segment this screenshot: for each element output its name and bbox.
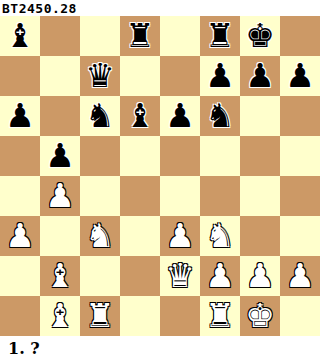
square-h3[interactable] bbox=[280, 216, 320, 256]
square-c3[interactable]: ♞ bbox=[80, 216, 120, 256]
square-b6[interactable] bbox=[40, 96, 80, 136]
square-e4[interactable] bbox=[160, 176, 200, 216]
square-a6[interactable]: ♟ bbox=[0, 96, 40, 136]
square-f6[interactable]: ♞ bbox=[200, 96, 240, 136]
square-c8[interactable] bbox=[80, 16, 120, 56]
square-g2[interactable]: ♟ bbox=[240, 256, 280, 296]
white-knight: ♞ bbox=[205, 216, 235, 256]
square-g1[interactable]: ♚ bbox=[240, 296, 280, 336]
square-a3[interactable]: ♟ bbox=[0, 216, 40, 256]
square-d7[interactable] bbox=[120, 56, 160, 96]
square-c2[interactable] bbox=[80, 256, 120, 296]
square-d3[interactable] bbox=[120, 216, 160, 256]
square-e5[interactable] bbox=[160, 136, 200, 176]
black-rook: ♜ bbox=[125, 16, 155, 56]
square-b1[interactable]: ♝ bbox=[40, 296, 80, 336]
square-h2[interactable]: ♟ bbox=[280, 256, 320, 296]
square-b7[interactable] bbox=[40, 56, 80, 96]
white-rook: ♜ bbox=[85, 296, 115, 336]
title-bar: BT2450.28 bbox=[0, 0, 320, 16]
square-f3[interactable]: ♞ bbox=[200, 216, 240, 256]
square-b2[interactable]: ♝ bbox=[40, 256, 80, 296]
square-c4[interactable] bbox=[80, 176, 120, 216]
square-b5[interactable]: ♟ bbox=[40, 136, 80, 176]
square-g5[interactable] bbox=[240, 136, 280, 176]
square-d1[interactable] bbox=[120, 296, 160, 336]
square-g7[interactable]: ♟ bbox=[240, 56, 280, 96]
square-a8[interactable]: ♝ bbox=[0, 16, 40, 56]
white-pawn: ♟ bbox=[5, 216, 35, 256]
square-a4[interactable] bbox=[0, 176, 40, 216]
black-pawn: ♟ bbox=[45, 136, 75, 176]
white-pawn: ♟ bbox=[245, 256, 275, 296]
square-e1[interactable] bbox=[160, 296, 200, 336]
square-c7[interactable]: ♛ bbox=[80, 56, 120, 96]
black-king: ♚ bbox=[245, 16, 275, 56]
square-a1[interactable] bbox=[0, 296, 40, 336]
square-f1[interactable]: ♜ bbox=[200, 296, 240, 336]
square-f4[interactable] bbox=[200, 176, 240, 216]
square-h5[interactable] bbox=[280, 136, 320, 176]
square-g6[interactable] bbox=[240, 96, 280, 136]
square-b3[interactable] bbox=[40, 216, 80, 256]
square-d8[interactable]: ♜ bbox=[120, 16, 160, 56]
square-g3[interactable] bbox=[240, 216, 280, 256]
square-d6[interactable]: ♝ bbox=[120, 96, 160, 136]
square-f7[interactable]: ♟ bbox=[200, 56, 240, 96]
white-king: ♚ bbox=[245, 296, 275, 336]
move-bar: 1. ? bbox=[0, 336, 320, 360]
move-prompt: 1. ? bbox=[0, 339, 40, 358]
black-pawn: ♟ bbox=[245, 56, 275, 96]
square-a7[interactable] bbox=[0, 56, 40, 96]
white-queen: ♛ bbox=[165, 256, 195, 296]
square-e7[interactable] bbox=[160, 56, 200, 96]
square-g4[interactable] bbox=[240, 176, 280, 216]
square-h6[interactable] bbox=[280, 96, 320, 136]
black-pawn: ♟ bbox=[205, 56, 235, 96]
square-g8[interactable]: ♚ bbox=[240, 16, 280, 56]
black-pawn: ♟ bbox=[165, 96, 195, 136]
black-knight: ♞ bbox=[85, 96, 115, 136]
square-h4[interactable] bbox=[280, 176, 320, 216]
square-c1[interactable]: ♜ bbox=[80, 296, 120, 336]
square-c5[interactable] bbox=[80, 136, 120, 176]
white-pawn: ♟ bbox=[205, 256, 235, 296]
square-d2[interactable] bbox=[120, 256, 160, 296]
white-pawn: ♟ bbox=[165, 216, 195, 256]
white-bishop: ♝ bbox=[45, 296, 75, 336]
square-h1[interactable] bbox=[280, 296, 320, 336]
square-f8[interactable]: ♜ bbox=[200, 16, 240, 56]
square-h7[interactable]: ♟ bbox=[280, 56, 320, 96]
square-h8[interactable] bbox=[280, 16, 320, 56]
square-e3[interactable]: ♟ bbox=[160, 216, 200, 256]
square-e8[interactable] bbox=[160, 16, 200, 56]
black-pawn: ♟ bbox=[285, 56, 315, 96]
square-b4[interactable]: ♟ bbox=[40, 176, 80, 216]
square-e6[interactable]: ♟ bbox=[160, 96, 200, 136]
square-c6[interactable]: ♞ bbox=[80, 96, 120, 136]
white-bishop: ♝ bbox=[45, 256, 75, 296]
square-e2[interactable]: ♛ bbox=[160, 256, 200, 296]
square-a5[interactable] bbox=[0, 136, 40, 176]
white-knight: ♞ bbox=[85, 216, 115, 256]
black-bishop: ♝ bbox=[125, 96, 155, 136]
black-bishop: ♝ bbox=[5, 16, 35, 56]
black-rook: ♜ bbox=[205, 16, 235, 56]
square-b8[interactable] bbox=[40, 16, 80, 56]
black-knight: ♞ bbox=[205, 96, 235, 136]
puzzle-title: BT2450.28 bbox=[0, 1, 77, 16]
square-d5[interactable] bbox=[120, 136, 160, 176]
square-f2[interactable]: ♟ bbox=[200, 256, 240, 296]
chess-board: ♝♜♜♚♛♟♟♟♟♞♝♟♞♟♟♟♞♟♞♝♛♟♟♟♝♜♜♚ bbox=[0, 16, 320, 336]
square-d4[interactable] bbox=[120, 176, 160, 216]
white-pawn: ♟ bbox=[45, 176, 75, 216]
square-a2[interactable] bbox=[0, 256, 40, 296]
white-rook: ♜ bbox=[205, 296, 235, 336]
black-queen: ♛ bbox=[85, 56, 115, 96]
white-pawn: ♟ bbox=[285, 256, 315, 296]
square-f5[interactable] bbox=[200, 136, 240, 176]
black-pawn: ♟ bbox=[5, 96, 35, 136]
